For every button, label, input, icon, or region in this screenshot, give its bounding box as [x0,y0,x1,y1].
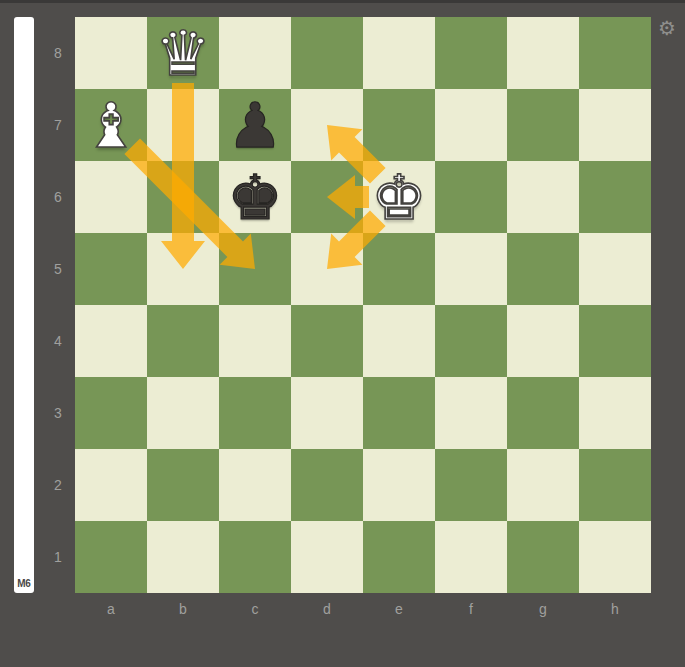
square-h8[interactable] [579,17,651,89]
rank-label-3: 3 [45,377,71,449]
rank-label-8: 8 [45,17,71,89]
square-h7[interactable] [579,89,651,161]
square-b2[interactable] [147,449,219,521]
square-b7[interactable] [147,89,219,161]
square-b6[interactable] [147,161,219,233]
square-d8[interactable] [291,17,363,89]
square-e4[interactable] [363,305,435,377]
square-g6[interactable] [507,161,579,233]
square-f3[interactable] [435,377,507,449]
square-b4[interactable] [147,305,219,377]
file-label-g: g [507,598,579,620]
square-g5[interactable] [507,233,579,305]
square-h3[interactable] [579,377,651,449]
square-e5[interactable] [363,233,435,305]
file-label-e: e [363,598,435,620]
square-d6[interactable] [291,161,363,233]
square-d5[interactable] [291,233,363,305]
evaluation-label: M6 [14,578,34,589]
square-a6[interactable] [75,161,147,233]
black-king-c6[interactable]: ♚ [219,161,291,233]
file-label-a: a [75,598,147,620]
square-d7[interactable] [291,89,363,161]
square-h6[interactable] [579,161,651,233]
rank-label-5: 5 [45,233,71,305]
square-a8[interactable] [75,17,147,89]
square-f7[interactable] [435,89,507,161]
file-label-c: c [219,598,291,620]
square-a5[interactable] [75,233,147,305]
square-g2[interactable] [507,449,579,521]
settings-gear-icon[interactable]: ⚙ [655,16,679,40]
square-g4[interactable] [507,305,579,377]
square-g7[interactable] [507,89,579,161]
square-g8[interactable] [507,17,579,89]
file-label-f: f [435,598,507,620]
square-e7[interactable] [363,89,435,161]
rank-label-2: 2 [45,449,71,521]
white-bishop-a7[interactable]: ♝ [75,89,147,161]
square-h1[interactable] [579,521,651,593]
rank-label-6: 6 [45,161,71,233]
square-a4[interactable] [75,305,147,377]
rank-label-4: 4 [45,305,71,377]
rank-label-1: 1 [45,521,71,593]
square-e3[interactable] [363,377,435,449]
square-c1[interactable] [219,521,291,593]
square-d1[interactable] [291,521,363,593]
white-queen-b8[interactable]: ♛ [147,17,219,89]
square-f4[interactable] [435,305,507,377]
black-pawn-c7[interactable]: ♟ [219,89,291,161]
square-f5[interactable] [435,233,507,305]
square-c3[interactable] [219,377,291,449]
square-h5[interactable] [579,233,651,305]
square-a1[interactable] [75,521,147,593]
square-h2[interactable] [579,449,651,521]
file-label-d: d [291,598,363,620]
square-b5[interactable] [147,233,219,305]
square-e8[interactable] [363,17,435,89]
file-label-b: b [147,598,219,620]
square-f6[interactable] [435,161,507,233]
square-g1[interactable] [507,521,579,593]
square-e1[interactable] [363,521,435,593]
square-a2[interactable] [75,449,147,521]
window-top-edge [0,0,685,3]
square-c4[interactable] [219,305,291,377]
square-g3[interactable] [507,377,579,449]
square-d2[interactable] [291,449,363,521]
square-b3[interactable] [147,377,219,449]
square-d4[interactable] [291,305,363,377]
square-f8[interactable] [435,17,507,89]
square-e2[interactable] [363,449,435,521]
white-king-e6[interactable]: ♚ [363,161,435,233]
evaluation-bar: M6 [14,17,34,593]
square-d3[interactable] [291,377,363,449]
file-label-h: h [579,598,651,620]
square-f1[interactable] [435,521,507,593]
square-c2[interactable] [219,449,291,521]
square-f2[interactable] [435,449,507,521]
chess-board [75,17,651,593]
square-a3[interactable] [75,377,147,449]
rank-label-7: 7 [45,89,71,161]
square-b1[interactable] [147,521,219,593]
square-c5[interactable] [219,233,291,305]
square-h4[interactable] [579,305,651,377]
square-c8[interactable] [219,17,291,89]
